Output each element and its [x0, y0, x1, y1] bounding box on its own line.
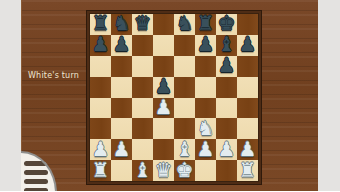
board-square[interactable]: [111, 98, 132, 119]
black-bishop-piece: ♝: [218, 34, 236, 54]
board-grid: ♜♞♛♞♜♚♟♟♟♝♟♟♟♟♞♟♟♝♟♟♟♜♝♛♚♜: [90, 14, 258, 181]
menu-bar: [24, 188, 48, 192]
board-square[interactable]: [90, 56, 111, 77]
board-square[interactable]: [237, 77, 258, 98]
board-square[interactable]: ♛: [132, 14, 153, 35]
letterbox-left: [0, 0, 21, 191]
menu-bar: [24, 161, 48, 167]
white-pawn-piece: ♟: [218, 139, 236, 159]
board-square[interactable]: [132, 77, 153, 98]
board-square[interactable]: [216, 98, 237, 119]
black-pawn-piece: ♟: [218, 55, 236, 75]
black-king-piece: ♚: [218, 13, 236, 33]
board-square[interactable]: [237, 56, 258, 77]
board-square[interactable]: ♚: [174, 160, 195, 181]
board-square[interactable]: ♟: [195, 139, 216, 160]
board-square[interactable]: ♟: [111, 35, 132, 56]
chess-board[interactable]: ♜♞♛♞♜♚♟♟♟♝♟♟♟♟♞♟♟♝♟♟♟♜♝♛♚♜: [86, 10, 262, 185]
board-square[interactable]: ♟: [216, 56, 237, 77]
board-square[interactable]: [174, 35, 195, 56]
board-square[interactable]: [195, 160, 216, 181]
white-pawn-piece: ♟: [197, 139, 215, 159]
board-square[interactable]: [153, 14, 174, 35]
board-square[interactable]: [153, 118, 174, 139]
board-square[interactable]: [174, 98, 195, 119]
menu-bar: [24, 179, 48, 185]
board-square[interactable]: [132, 98, 153, 119]
board-square[interactable]: ♞: [174, 14, 195, 35]
board-square[interactable]: [216, 160, 237, 181]
board-square[interactable]: [90, 98, 111, 119]
board-square[interactable]: [174, 77, 195, 98]
board-square[interactable]: ♟: [195, 35, 216, 56]
board-square[interactable]: [195, 56, 216, 77]
board-square[interactable]: ♟: [111, 139, 132, 160]
black-knight-piece: ♞: [113, 13, 131, 33]
board-square[interactable]: [132, 56, 153, 77]
black-knight-piece: ♞: [176, 13, 194, 33]
turn-indicator: White's turn: [21, 71, 86, 81]
board-square[interactable]: [216, 77, 237, 98]
board-square[interactable]: [153, 35, 174, 56]
board-square[interactable]: [195, 77, 216, 98]
white-rook-piece: ♜: [92, 160, 110, 180]
board-square[interactable]: [132, 118, 153, 139]
white-knight-piece: ♞: [197, 118, 215, 138]
black-pawn-piece: ♟: [239, 34, 257, 54]
black-pawn-piece: ♟: [92, 34, 110, 54]
board-square[interactable]: ♟: [216, 139, 237, 160]
board-square[interactable]: ♛: [153, 160, 174, 181]
white-pawn-piece: ♟: [239, 139, 257, 159]
board-square[interactable]: [132, 35, 153, 56]
black-pawn-piece: ♟: [155, 76, 173, 96]
white-king-piece: ♚: [176, 160, 194, 180]
board-square[interactable]: [174, 56, 195, 77]
board-square[interactable]: [111, 160, 132, 181]
board-square[interactable]: ♟: [237, 35, 258, 56]
board-square[interactable]: ♟: [153, 98, 174, 119]
board-square[interactable]: [111, 77, 132, 98]
black-pawn-piece: ♟: [197, 34, 215, 54]
white-bishop-piece: ♝: [134, 160, 152, 180]
letterbox-right: [318, 0, 340, 191]
white-queen-piece: ♛: [155, 160, 173, 180]
white-bishop-piece: ♝: [176, 139, 194, 159]
game-screen: White's turn ♜♞♛♞♜♚♟♟♟♝♟♟♟♟♞♟♟♝♟♟♟♜♝♛♚♜: [0, 0, 340, 191]
white-pawn-piece: ♟: [113, 139, 131, 159]
white-rook-piece: ♜: [239, 160, 257, 180]
black-rook-piece: ♜: [92, 13, 110, 33]
menu-bar: [24, 170, 48, 176]
board-square[interactable]: ♝: [132, 160, 153, 181]
board-square[interactable]: ♟: [90, 35, 111, 56]
white-pawn-piece: ♟: [155, 97, 173, 117]
black-queen-piece: ♛: [134, 13, 152, 33]
board-square[interactable]: [90, 77, 111, 98]
board-square[interactable]: ♜: [90, 160, 111, 181]
black-pawn-piece: ♟: [113, 34, 131, 54]
black-rook-piece: ♜: [197, 13, 215, 33]
board-square[interactable]: ♜: [237, 160, 258, 181]
white-pawn-piece: ♟: [92, 139, 110, 159]
board-square[interactable]: [237, 98, 258, 119]
board-square[interactable]: [111, 56, 132, 77]
